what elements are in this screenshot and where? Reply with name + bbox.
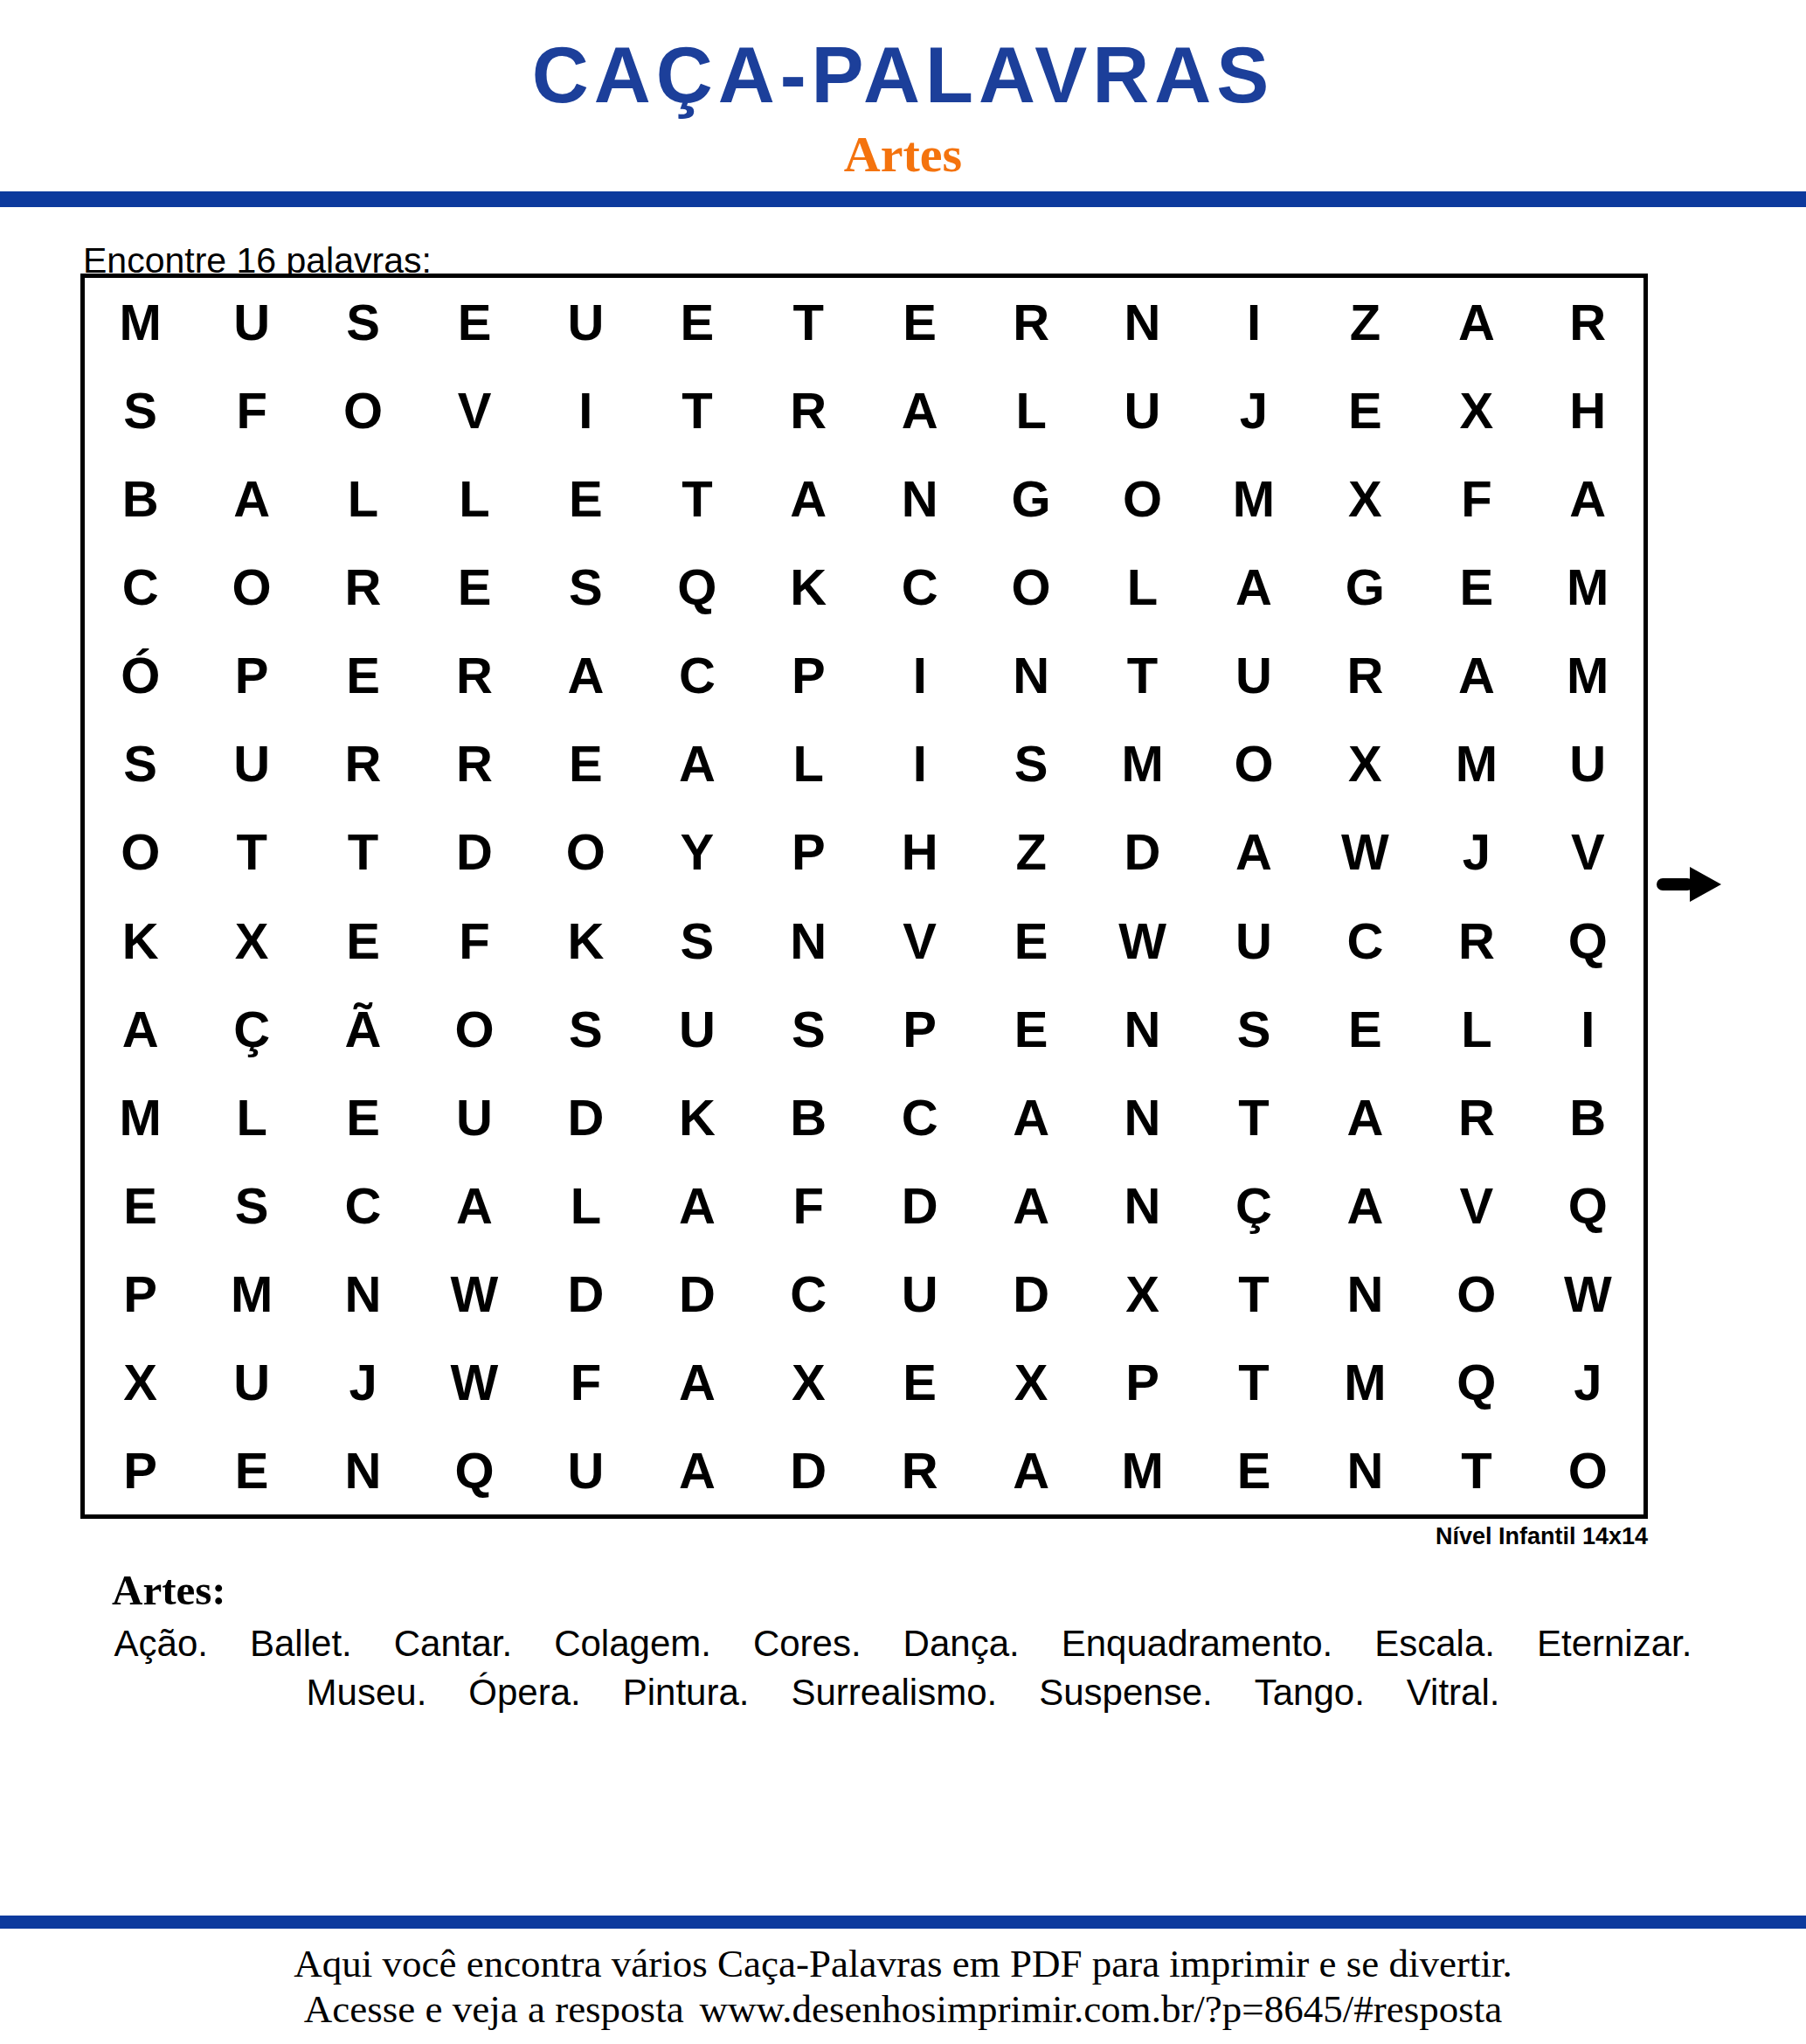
grid-cell[interactable]: C: [1310, 896, 1421, 984]
grid-cell[interactable]: D: [1087, 807, 1198, 896]
grid-cell[interactable]: A: [864, 366, 975, 454]
grid-cell[interactable]: Z: [1310, 278, 1421, 366]
grid-cell[interactable]: Ç: [196, 985, 307, 1073]
grid-cell[interactable]: A: [975, 1161, 1086, 1250]
grid-cell[interactable]: C: [864, 1073, 975, 1161]
grid-cell[interactable]: X: [753, 1338, 864, 1426]
grid-cell[interactable]: I: [530, 366, 641, 454]
grid-cell[interactable]: M: [85, 1073, 196, 1161]
grid-cell[interactable]: O: [975, 543, 1086, 631]
grid-cell[interactable]: F: [419, 896, 529, 984]
grid-cell[interactable]: S: [1198, 985, 1309, 1073]
grid-cell[interactable]: Z: [975, 807, 1086, 896]
grid-cell[interactable]: A: [419, 1161, 529, 1250]
grid-cell[interactable]: A: [975, 1073, 1086, 1161]
grid-cell[interactable]: O: [308, 366, 419, 454]
grid-cell[interactable]: P: [753, 631, 864, 719]
grid-cell[interactable]: U: [1533, 719, 1643, 807]
grid-cell[interactable]: O: [1421, 1250, 1532, 1338]
grid-cell[interactable]: M: [1198, 454, 1309, 543]
grid-cell[interactable]: X: [1310, 454, 1421, 543]
grid-cell[interactable]: E: [530, 719, 641, 807]
grid-cell[interactable]: A: [641, 719, 752, 807]
word-list-item: Suspense.: [1039, 1672, 1212, 1713]
grid-cell[interactable]: R: [975, 278, 1086, 366]
grid-cell[interactable]: U: [1198, 631, 1309, 719]
grid-cell[interactable]: M: [1087, 719, 1198, 807]
grid-cell[interactable]: T: [196, 807, 307, 896]
grid-cell[interactable]: G: [975, 454, 1086, 543]
grid-cell[interactable]: S: [530, 543, 641, 631]
arrow-shaft: [1657, 878, 1693, 890]
grid-cell[interactable]: A: [641, 1426, 752, 1514]
word-list-item: Enquadramento.: [1062, 1623, 1333, 1664]
grid-cell[interactable]: P: [864, 985, 975, 1073]
grid-cell[interactable]: I: [1198, 278, 1309, 366]
grid-cell[interactable]: K: [530, 896, 641, 984]
page-title: CAÇA-PALAVRAS: [0, 33, 1806, 117]
grid-cell[interactable]: Q: [419, 1426, 529, 1514]
grid-cell[interactable]: E: [308, 1073, 419, 1161]
grid-cell[interactable]: J: [1421, 807, 1532, 896]
grid-cell[interactable]: D: [975, 1250, 1086, 1338]
grid-cell[interactable]: M: [1421, 719, 1532, 807]
letter-grid: MUSEUETERNIZARSFOVITRALUJEXHBALLETANGOMX…: [85, 278, 1643, 1514]
grid-cell[interactable]: V: [1533, 807, 1643, 896]
grid-cell[interactable]: O: [1198, 719, 1309, 807]
grid-cell[interactable]: R: [419, 719, 529, 807]
footer-divider: [0, 1916, 1806, 1929]
grid-cell[interactable]: E: [530, 454, 641, 543]
footer-text-2-prefix: Acesse e veja a resposta: [304, 1987, 684, 2031]
grid-cell[interactable]: E: [975, 896, 1086, 984]
grid-cell[interactable]: U: [1087, 366, 1198, 454]
grid-cell[interactable]: A: [975, 1426, 1086, 1514]
grid-cell[interactable]: B: [753, 1073, 864, 1161]
grid-cell[interactable]: A: [196, 454, 307, 543]
grid-cell[interactable]: A: [1198, 807, 1309, 896]
word-list-line-1: Ação.Ballet.Cantar.Colagem.Cores.Dança.E…: [0, 1622, 1806, 1666]
grid-cell[interactable]: B: [1533, 1073, 1643, 1161]
grid-cell[interactable]: Ã: [308, 985, 419, 1073]
right-arrow-icon: [1657, 867, 1721, 902]
grid-cell[interactable]: R: [864, 1426, 975, 1514]
grid-cell[interactable]: H: [864, 807, 975, 896]
grid-cell[interactable]: E: [864, 1338, 975, 1426]
grid-cell[interactable]: T: [641, 366, 752, 454]
grid-cell[interactable]: E: [1198, 1426, 1309, 1514]
grid-cell[interactable]: N: [1087, 1161, 1198, 1250]
grid-cell[interactable]: R: [1421, 896, 1532, 984]
grid-cell[interactable]: I: [864, 719, 975, 807]
grid-cell[interactable]: F: [1421, 454, 1532, 543]
footer-text-1: Aqui você encontra vários Caça-Palavras …: [0, 1942, 1806, 1985]
grid-cell[interactable]: A: [1310, 1073, 1421, 1161]
grid-cell[interactable]: M: [1087, 1426, 1198, 1514]
word-list-item: Escala.: [1374, 1623, 1495, 1664]
grid-cell[interactable]: U: [196, 719, 307, 807]
word-list-item: Cantar.: [394, 1623, 512, 1664]
grid-cell[interactable]: P: [85, 1426, 196, 1514]
grid-cell[interactable]: D: [419, 807, 529, 896]
grid-cell[interactable]: E: [1310, 985, 1421, 1073]
grid-cell[interactable]: T: [1198, 1338, 1309, 1426]
page-subtitle: Artes: [0, 128, 1806, 182]
grid-cell[interactable]: K: [641, 1073, 752, 1161]
grid-cell[interactable]: U: [196, 1338, 307, 1426]
grid-cell[interactable]: M: [85, 278, 196, 366]
word-list-label: Artes:: [112, 1568, 226, 1613]
grid-cell[interactable]: V: [419, 366, 529, 454]
grid-cell[interactable]: B: [85, 454, 196, 543]
grid-cell[interactable]: A: [1421, 631, 1532, 719]
grid-cell[interactable]: A: [85, 985, 196, 1073]
grid-cell[interactable]: X: [1310, 719, 1421, 807]
grid-cell[interactable]: J: [1533, 1338, 1643, 1426]
grid-cell[interactable]: T: [753, 278, 864, 366]
grid-cell[interactable]: S: [85, 366, 196, 454]
grid-cell[interactable]: A: [641, 1161, 752, 1250]
grid-cell[interactable]: E: [641, 278, 752, 366]
grid-cell[interactable]: Q: [1533, 896, 1643, 984]
grid-cell[interactable]: C: [85, 543, 196, 631]
grid-cell[interactable]: N: [1087, 278, 1198, 366]
grid-cell[interactable]: E: [196, 1426, 307, 1514]
grid-cell[interactable]: T: [1421, 1426, 1532, 1514]
grid-cell[interactable]: U: [530, 1426, 641, 1514]
footer-text-2: Acesse e veja a respostawww.desenhosimpr…: [0, 1987, 1806, 2031]
grid-cell[interactable]: X: [975, 1338, 1086, 1426]
page: CAÇA-PALAVRAS Artes Encontre 16 palavras…: [0, 0, 1806, 2044]
grid-cell[interactable]: S: [753, 985, 864, 1073]
grid-cell[interactable]: R: [1310, 631, 1421, 719]
grid-cell[interactable]: N: [1310, 1250, 1421, 1338]
grid-cell[interactable]: R: [308, 543, 419, 631]
grid-cell[interactable]: M: [196, 1250, 307, 1338]
grid-cell[interactable]: E: [419, 278, 529, 366]
grid-cell[interactable]: N: [308, 1250, 419, 1338]
level-note: Nível Infantil 14x14: [1211, 1523, 1648, 1549]
grid-cell[interactable]: W: [1087, 896, 1198, 984]
word-list-item: Vitral.: [1407, 1672, 1500, 1713]
grid-cell[interactable]: T: [1198, 1073, 1309, 1161]
grid-cell[interactable]: R: [308, 719, 419, 807]
grid-cell[interactable]: O: [1533, 1426, 1643, 1514]
grid-cell[interactable]: S: [641, 896, 752, 984]
grid-cell[interactable]: M: [1533, 631, 1643, 719]
grid-cell[interactable]: O: [419, 985, 529, 1073]
grid-cell[interactable]: C: [864, 543, 975, 631]
grid-cell[interactable]: D: [753, 1426, 864, 1514]
word-list-item: Surrealismo.: [791, 1672, 997, 1713]
grid-cell[interactable]: Q: [641, 543, 752, 631]
header-divider: [0, 191, 1806, 207]
grid-cell[interactable]: A: [530, 631, 641, 719]
grid-cell[interactable]: A: [753, 454, 864, 543]
grid-cell[interactable]: U: [419, 1073, 529, 1161]
grid-cell[interactable]: X: [1087, 1250, 1198, 1338]
grid-cell[interactable]: E: [308, 631, 419, 719]
grid-cell[interactable]: M: [1310, 1338, 1421, 1426]
grid-cell[interactable]: D: [641, 1250, 752, 1338]
grid-cell[interactable]: U: [196, 278, 307, 366]
word-list-item: Pintura.: [623, 1672, 750, 1713]
grid-cell[interactable]: I: [1533, 985, 1643, 1073]
grid-cell[interactable]: Q: [1533, 1161, 1643, 1250]
grid-cell[interactable]: K: [85, 896, 196, 984]
grid-cell[interactable]: L: [308, 454, 419, 543]
grid-cell[interactable]: J: [1198, 366, 1309, 454]
grid-cell[interactable]: V: [1421, 1161, 1532, 1250]
grid-cell[interactable]: L: [1087, 543, 1198, 631]
grid-cell[interactable]: K: [753, 543, 864, 631]
grid-cell[interactable]: R: [753, 366, 864, 454]
grid-cell[interactable]: O: [530, 807, 641, 896]
word-list-item: Museu.: [307, 1672, 427, 1713]
grid-cell[interactable]: N: [864, 454, 975, 543]
grid-cell[interactable]: T: [641, 454, 752, 543]
grid-cell[interactable]: L: [419, 454, 529, 543]
grid-cell[interactable]: I: [864, 631, 975, 719]
word-list-item: Tango.: [1255, 1672, 1365, 1713]
grid-cell[interactable]: W: [1533, 1250, 1643, 1338]
word-list-item: Ballet.: [250, 1623, 352, 1664]
grid-cell[interactable]: Ó: [85, 631, 196, 719]
grid-cell[interactable]: J: [308, 1338, 419, 1426]
grid-cell[interactable]: S: [975, 719, 1086, 807]
grid-cell[interactable]: N: [1087, 985, 1198, 1073]
grid-cell[interactable]: N: [308, 1426, 419, 1514]
grid-cell[interactable]: E: [308, 896, 419, 984]
grid-cell[interactable]: A: [1421, 278, 1532, 366]
grid-cell[interactable]: V: [864, 896, 975, 984]
grid-cell[interactable]: N: [975, 631, 1086, 719]
grid-cell[interactable]: H: [1533, 366, 1643, 454]
grid-cell[interactable]: W: [419, 1338, 529, 1426]
grid-cell[interactable]: N: [1310, 1426, 1421, 1514]
word-search-board: MUSEUETERNIZARSFOVITRALUJEXHBALLETANGOMX…: [80, 274, 1648, 1519]
word-list-item: Ação.: [114, 1623, 208, 1664]
grid-cell[interactable]: L: [530, 1161, 641, 1250]
grid-cell[interactable]: N: [1087, 1073, 1198, 1161]
grid-cell[interactable]: C: [308, 1161, 419, 1250]
grid-cell[interactable]: S: [530, 985, 641, 1073]
footer-url: www.desenhosimprimir.com.br/?p=8645/#res…: [700, 1987, 1503, 2031]
arrow-head: [1690, 867, 1721, 902]
grid-cell[interactable]: U: [641, 985, 752, 1073]
grid-cell[interactable]: U: [1198, 896, 1309, 984]
grid-cell[interactable]: Y: [641, 807, 752, 896]
grid-cell[interactable]: E: [1310, 366, 1421, 454]
grid-cell[interactable]: X: [196, 896, 307, 984]
grid-cell[interactable]: O: [196, 543, 307, 631]
grid-cell[interactable]: F: [530, 1338, 641, 1426]
grid-cell[interactable]: F: [196, 366, 307, 454]
grid-cell[interactable]: D: [530, 1073, 641, 1161]
grid-cell[interactable]: U: [864, 1250, 975, 1338]
grid-cell[interactable]: D: [530, 1250, 641, 1338]
grid-cell[interactable]: M: [1533, 543, 1643, 631]
grid-cell[interactable]: F: [753, 1161, 864, 1250]
grid-cell[interactable]: W: [419, 1250, 529, 1338]
grid-cell[interactable]: E: [419, 543, 529, 631]
grid-cell[interactable]: N: [753, 896, 864, 984]
grid-cell[interactable]: T: [308, 807, 419, 896]
grid-cell[interactable]: Q: [1421, 1338, 1532, 1426]
grid-cell[interactable]: U: [530, 278, 641, 366]
grid-cell[interactable]: E: [864, 278, 975, 366]
grid-cell[interactable]: L: [753, 719, 864, 807]
grid-cell[interactable]: X: [85, 1338, 196, 1426]
grid-cell[interactable]: S: [196, 1161, 307, 1250]
grid-cell[interactable]: O: [1087, 454, 1198, 543]
word-list-item: Eternizar.: [1537, 1623, 1692, 1664]
grid-cell[interactable]: A: [1533, 454, 1643, 543]
word-list-item: Colagem.: [554, 1623, 711, 1664]
word-list-item: Ópera.: [468, 1672, 580, 1713]
grid-cell[interactable]: E: [1421, 543, 1532, 631]
grid-cell[interactable]: L: [196, 1073, 307, 1161]
grid-cell[interactable]: A: [1198, 543, 1309, 631]
word-list-item: Cores.: [753, 1623, 861, 1664]
grid-cell[interactable]: T: [1087, 631, 1198, 719]
grid-cell[interactable]: P: [753, 807, 864, 896]
grid-cell[interactable]: D: [864, 1161, 975, 1250]
grid-cell[interactable]: R: [419, 631, 529, 719]
grid-cell[interactable]: C: [641, 631, 752, 719]
grid-cell[interactable]: P: [1087, 1338, 1198, 1426]
grid-cell[interactable]: O: [85, 807, 196, 896]
grid-cell[interactable]: E: [975, 985, 1086, 1073]
grid-cell[interactable]: L: [1421, 985, 1532, 1073]
grid-cell[interactable]: C: [753, 1250, 864, 1338]
grid-cell[interactable]: S: [308, 278, 419, 366]
grid-cell[interactable]: E: [85, 1161, 196, 1250]
grid-cell[interactable]: X: [1421, 366, 1532, 454]
grid-cell[interactable]: R: [1421, 1073, 1532, 1161]
grid-cell[interactable]: T: [1198, 1250, 1309, 1338]
grid-cell[interactable]: W: [1310, 807, 1421, 896]
grid-cell[interactable]: A: [1310, 1161, 1421, 1250]
word-list-line-2: Museu.Ópera.Pintura.Surrealismo.Suspense…: [0, 1671, 1806, 1715]
grid-cell[interactable]: R: [1533, 278, 1643, 366]
grid-cell[interactable]: S: [85, 719, 196, 807]
grid-cell[interactable]: A: [641, 1338, 752, 1426]
grid-cell[interactable]: P: [85, 1250, 196, 1338]
grid-cell[interactable]: Ç: [1198, 1161, 1309, 1250]
word-list-item: Dança.: [903, 1623, 1020, 1664]
grid-cell[interactable]: P: [196, 631, 307, 719]
grid-cell[interactable]: L: [975, 366, 1086, 454]
grid-cell[interactable]: G: [1310, 543, 1421, 631]
